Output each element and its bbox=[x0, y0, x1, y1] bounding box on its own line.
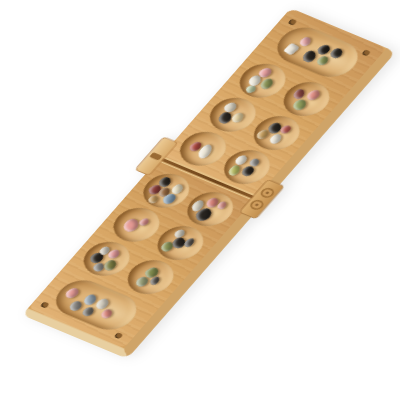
stone-dark-gray[interactable] bbox=[80, 306, 96, 318]
stone-pink[interactable] bbox=[121, 218, 141, 233]
stone-olive[interactable] bbox=[315, 55, 330, 66]
hinge-slot bbox=[149, 152, 162, 160]
stone-pink[interactable] bbox=[138, 217, 151, 227]
board-half-near bbox=[28, 160, 254, 349]
magnet-hole bbox=[114, 332, 124, 339]
stone-tan[interactable] bbox=[147, 195, 160, 205]
hinge-pin-icon bbox=[247, 199, 265, 212]
board-half-far bbox=[160, 8, 386, 197]
stone-black[interactable] bbox=[240, 165, 257, 177]
stone-olive[interactable] bbox=[291, 98, 309, 111]
mancala-board bbox=[22, 8, 396, 359]
magnet-hole bbox=[40, 301, 50, 308]
stone-gray-banded[interactable] bbox=[173, 228, 187, 239]
stone-black[interactable] bbox=[328, 47, 344, 59]
stone-white[interactable] bbox=[268, 133, 284, 145]
hinge-pin-icon bbox=[258, 187, 276, 200]
stone-pink[interactable] bbox=[63, 286, 81, 299]
stone-gray[interactable] bbox=[67, 300, 84, 312]
stone-lime[interactable] bbox=[227, 164, 242, 176]
stone-salmon[interactable] bbox=[305, 88, 323, 101]
stone-pink[interactable] bbox=[298, 36, 313, 47]
stone-salmon[interactable] bbox=[99, 308, 113, 319]
product-photo-scene bbox=[0, 0, 400, 400]
stone-white-cube[interactable] bbox=[283, 43, 300, 56]
stone-maroon-banded[interactable] bbox=[292, 88, 307, 99]
stone-olive-mottled[interactable] bbox=[102, 259, 118, 272]
stone-black[interactable] bbox=[301, 50, 318, 63]
stone-cream[interactable] bbox=[230, 112, 246, 124]
